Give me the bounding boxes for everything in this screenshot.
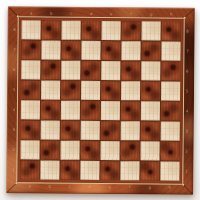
rank-label-left-4: 4 [12,105,15,115]
board-grid [20,20,180,180]
square-b4[interactable] [41,100,60,119]
square-d7[interactable] [81,41,100,60]
square-g6[interactable] [141,61,160,80]
file-label-top-f: f [126,13,136,16]
square-b3[interactable] [41,120,60,139]
square-b7[interactable] [41,40,60,59]
square-c1[interactable] [60,161,79,180]
square-e6[interactable] [101,61,120,80]
square-h6[interactable] [161,62,180,81]
square-b2[interactable] [40,140,59,159]
file-label-top-h: h [166,13,176,16]
file-label-bottom-e: e [105,185,115,188]
rank-label-right-6: 6 [186,66,189,76]
square-e7[interactable] [101,41,120,60]
rank-label-left-2: 2 [12,145,15,155]
file-label-bottom-d: d [85,185,95,188]
square-d5[interactable] [81,81,100,100]
square-f7[interactable] [121,41,140,60]
square-d6[interactable] [81,61,100,80]
square-f5[interactable] [121,81,140,100]
rank-label-left-7: 7 [13,45,16,55]
rank-label-left-1: 1 [12,165,15,175]
brass-pin-bottom-right [182,184,184,186]
file-label-top-a: a [26,12,36,15]
file-label-top-e: e [106,12,116,15]
rank-label-left-5: 5 [12,85,15,95]
square-e1[interactable] [100,161,119,180]
square-d1[interactable] [80,161,99,180]
rank-label-right-1: 1 [185,166,188,176]
file-label-bottom-g: g [145,186,155,189]
rank-label-left-6: 6 [13,65,16,75]
brass-pin-bottom-left [15,182,17,184]
rank-label-left-3: 3 [12,125,15,135]
brass-pin-top-left [17,15,19,17]
square-c4[interactable] [61,101,80,120]
photo-background: abcdefgh abcdefgh 87654321 87654321 [0,0,200,200]
square-f8[interactable] [122,21,141,40]
square-f1[interactable] [120,161,139,180]
square-h4[interactable] [161,102,180,121]
square-g2[interactable] [140,141,159,160]
rank-label-right-5: 5 [185,86,188,96]
square-b8[interactable] [42,20,61,39]
square-c6[interactable] [61,61,80,80]
square-d4[interactable] [81,101,100,120]
square-g1[interactable] [140,161,159,180]
square-e3[interactable] [101,121,120,140]
square-g3[interactable] [141,121,160,140]
rank-label-right-8: 8 [186,26,189,36]
square-h1[interactable] [160,162,179,181]
file-label-bottom-f: f [125,186,135,189]
square-d3[interactable] [81,121,100,140]
square-c7[interactable] [61,41,80,60]
square-e4[interactable] [101,101,120,120]
square-h7[interactable] [161,42,180,61]
chess-board: abcdefgh abcdefgh 87654321 87654321 [6,6,195,195]
square-d2[interactable] [80,141,99,160]
square-a2[interactable] [20,140,39,159]
square-a7[interactable] [21,40,40,59]
square-h8[interactable] [162,22,181,41]
file-label-bottom-c: c [65,185,75,188]
square-f3[interactable] [121,121,140,140]
file-label-top-g: g [146,13,156,16]
square-d8[interactable] [82,21,101,40]
brass-pin-top-right [184,17,186,19]
square-c2[interactable] [60,141,79,160]
rank-label-right-3: 3 [185,126,188,136]
rank-label-right-7: 7 [186,46,189,56]
square-h3[interactable] [161,122,180,141]
square-a8[interactable] [22,20,41,39]
square-g7[interactable] [141,41,160,60]
square-a4[interactable] [21,100,40,119]
square-e2[interactable] [100,141,119,160]
square-a1[interactable] [20,160,39,179]
file-label-top-d: d [86,12,96,15]
square-a6[interactable] [21,60,40,79]
square-f2[interactable] [120,141,139,160]
square-b1[interactable] [40,160,59,179]
square-g5[interactable] [141,81,160,100]
rank-label-left-8: 8 [13,25,16,35]
square-f6[interactable] [121,61,140,80]
rank-label-right-4: 4 [185,106,188,116]
square-g4[interactable] [141,101,160,120]
square-b5[interactable] [41,80,60,99]
rank-label-right-2: 2 [185,146,188,156]
square-c3[interactable] [61,121,80,140]
square-h5[interactable] [161,82,180,101]
file-label-bottom-h: h [165,186,175,189]
file-label-bottom-a: a [25,185,35,188]
file-label-top-c: c [66,12,76,15]
square-f4[interactable] [121,101,140,120]
pinstripe-border [16,16,184,184]
square-a5[interactable] [21,80,40,99]
square-c5[interactable] [61,81,80,100]
file-label-top-b: b [46,12,56,15]
square-h2[interactable] [160,142,179,161]
file-label-bottom-b: b [45,185,55,188]
square-c8[interactable] [62,21,81,40]
square-g8[interactable] [142,21,161,40]
square-e5[interactable] [101,81,120,100]
square-a3[interactable] [21,120,40,139]
square-b6[interactable] [41,60,60,79]
square-e8[interactable] [102,21,121,40]
